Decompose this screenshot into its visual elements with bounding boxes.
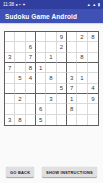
app-bar: Sudoku Game Android [0, 9, 103, 23]
sudoku-cell-r2c8[interactable] [77, 42, 87, 52]
sudoku-cell-r3c3[interactable]: 7 [26, 53, 36, 63]
sudoku-cell-r5c7[interactable]: 3 [67, 73, 77, 83]
button-row: GO BACK SHOW INSTRUCTIONS [0, 167, 103, 177]
sudoku-cell-r9c2[interactable]: 8 [15, 115, 25, 125]
sudoku-cell-r1c7[interactable] [67, 32, 77, 42]
sudoku-cell-r3c4[interactable] [36, 53, 46, 63]
sudoku-cell-r9c3[interactable] [26, 115, 36, 125]
status-bar: 11:38 ● ▪ ✦ ▲ ▲ ▮ [0, 0, 103, 9]
sudoku-cell-r9c4[interactable]: 5 [36, 115, 46, 125]
sudoku-cell-r8c1[interactable] [5, 104, 15, 114]
sudoku-cell-r8c2[interactable] [15, 104, 25, 114]
sudoku-cell-r6c8[interactable] [77, 84, 87, 94]
sudoku-cell-r1c3[interactable] [26, 32, 36, 42]
notification-square-icon: ▪ [19, 0, 20, 9]
sudoku-cell-r2c4[interactable] [36, 42, 46, 52]
sudoku-cell-r7c6[interactable] [57, 94, 67, 104]
sudoku-cell-r7c8[interactable] [77, 94, 87, 104]
sudoku-cell-r5c9[interactable] [88, 73, 98, 83]
sudoku-cell-r5c4[interactable] [36, 73, 46, 83]
sudoku-cell-r4c5[interactable] [46, 63, 56, 73]
sudoku-cell-r7c4[interactable] [36, 94, 46, 104]
sudoku-cell-r9c8[interactable] [77, 115, 87, 125]
sudoku-cell-r9c6[interactable] [57, 115, 67, 125]
sudoku-cell-r7c1[interactable] [5, 94, 15, 104]
go-back-button[interactable]: GO BACK [6, 167, 34, 177]
sudoku-cell-r5c6[interactable] [57, 73, 67, 83]
sudoku-cell-r9c7[interactable] [67, 115, 77, 125]
sudoku-cell-r3c2[interactable] [15, 53, 25, 63]
sudoku-cell-r2c6[interactable]: 2 [57, 42, 67, 52]
sudoku-cell-r3c9[interactable] [88, 53, 98, 63]
sudoku-cell-r5c3[interactable]: 4 [26, 73, 36, 83]
sudoku-cell-r8c9[interactable] [88, 104, 98, 114]
sudoku-cell-r7c2[interactable]: 2 [15, 94, 25, 104]
sudoku-cell-r3c6[interactable] [57, 53, 67, 63]
sudoku-cell-r2c1[interactable] [5, 42, 15, 52]
sudoku-cell-r6c5[interactable] [46, 84, 56, 94]
sudoku-cell-r4c1[interactable]: 7 [5, 63, 15, 73]
sudoku-cell-r7c9[interactable]: 9 [88, 94, 98, 104]
sudoku-cell-r1c2[interactable] [15, 32, 25, 42]
sudoku-cell-r1c9[interactable]: 8 [88, 32, 98, 42]
sudoku-cell-r9c1[interactable]: 3 [5, 115, 15, 125]
sudoku-cell-r2c3[interactable]: 6 [26, 42, 36, 52]
signal-icon: ▲ [92, 0, 96, 9]
sudoku-cell-r1c6[interactable]: 9 [57, 32, 67, 42]
sudoku-cell-r2c9[interactable] [88, 42, 98, 52]
sudoku-cell-r6c6[interactable]: 5 [57, 84, 67, 94]
sudoku-cell-r5c5[interactable]: 8 [46, 73, 56, 83]
sudoku-cell-r8c4[interactable]: 6 [36, 104, 46, 114]
sudoku-cell-r4c2[interactable] [15, 63, 25, 73]
sudoku-cell-r6c2[interactable] [15, 84, 25, 94]
sudoku-cell-r5c1[interactable] [5, 73, 15, 83]
sudoku-cell-r5c2[interactable]: 5 [15, 73, 25, 83]
wifi-icon: ▲ [87, 0, 91, 9]
sudoku-cell-r5c8[interactable]: 1 [77, 73, 87, 83]
app-title: Sudoku Game Android [5, 13, 77, 20]
sudoku-cell-r4c8[interactable] [77, 63, 87, 73]
sudoku-cell-r6c4[interactable] [36, 84, 46, 94]
battery-icon: ▮ [98, 0, 100, 9]
sudoku-cell-r2c2[interactable] [15, 42, 25, 52]
sudoku-cell-r1c8[interactable]: 2 [77, 32, 87, 42]
sudoku-cell-r2c7[interactable] [67, 42, 77, 52]
sudoku-cell-r4c4[interactable]: 1 [36, 63, 46, 73]
sudoku-cell-r3c7[interactable] [67, 53, 77, 63]
sudoku-cell-r8c7[interactable]: 8 [67, 104, 77, 114]
show-instructions-button[interactable]: SHOW INSTRUCTIONS [42, 167, 97, 177]
status-time: 11:38 [3, 0, 14, 9]
sudoku-cell-r1c5[interactable] [46, 32, 56, 42]
sudoku-cell-r9c5[interactable] [46, 115, 56, 125]
sudoku-cell-r9c9[interactable] [88, 115, 98, 125]
sudoku-cell-r3c8[interactable]: 8 [77, 53, 87, 63]
sudoku-cell-r8c3[interactable] [26, 104, 36, 114]
notification-dot-icon: ● [15, 0, 17, 9]
sudoku-cell-r6c9[interactable]: 4 [88, 84, 98, 94]
sudoku-cell-r1c4[interactable] [36, 32, 46, 42]
sudoku-cell-r3c1[interactable]: 3 [5, 53, 15, 63]
sudoku-cell-r3c5[interactable]: 1 [46, 53, 56, 63]
sudoku-cell-r8c5[interactable] [46, 104, 56, 114]
sudoku-cell-r4c6[interactable] [57, 63, 67, 73]
sudoku-cell-r7c7[interactable]: 1 [67, 94, 77, 104]
status-bar-left: 11:38 ● ▪ ✦ [3, 0, 26, 9]
sudoku-cell-r8c6[interactable] [57, 104, 67, 114]
sudoku-cell-r6c7[interactable]: 7 [67, 84, 77, 94]
sudoku-cell-r1c1[interactable] [5, 32, 15, 42]
sudoku-cell-r4c7[interactable] [67, 63, 77, 73]
sudoku-cell-r6c1[interactable] [5, 84, 15, 94]
sudoku-cell-r4c9[interactable] [88, 63, 98, 73]
sudoku-cell-r2c5[interactable] [46, 42, 56, 52]
notification-flower-icon: ✦ [22, 0, 25, 9]
sudoku-cell-r6c3[interactable] [26, 84, 36, 94]
sudoku-board: 92862371878154831574231968385 [4, 31, 99, 126]
status-bar-right: ▲ ▲ ▮ [87, 0, 100, 9]
sudoku-cell-r7c5[interactable]: 3 [46, 94, 56, 104]
sudoku-cell-r7c3[interactable] [26, 94, 36, 104]
sudoku-cell-r4c3[interactable]: 8 [26, 63, 36, 73]
sudoku-cell-r8c8[interactable] [77, 104, 87, 114]
